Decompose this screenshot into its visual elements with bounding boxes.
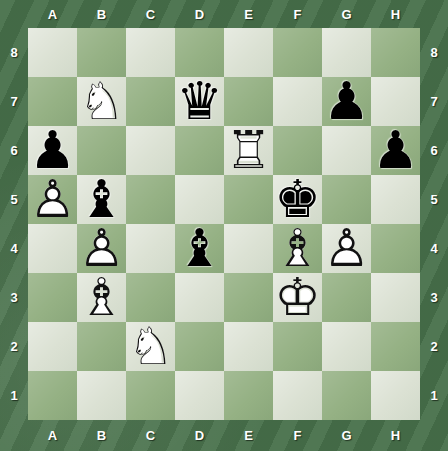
white-king-glyph: ♚ [274, 273, 321, 322]
square-d6[interactable] [175, 126, 224, 175]
file-label-top-g: G [322, 0, 371, 28]
square-d1[interactable] [175, 371, 224, 420]
square-d5[interactable] [175, 175, 224, 224]
piece-white-pawn-g4[interactable]: ♟♙ [322, 224, 371, 273]
file-label-top-d: D [175, 0, 224, 28]
file-label-bottom-g: G [322, 420, 371, 451]
rank-label-left-6: 6 [0, 126, 28, 175]
square-b8[interactable] [77, 28, 126, 77]
file-label-bottom-a: A [28, 420, 77, 451]
square-h4[interactable] [371, 224, 420, 273]
square-g2[interactable] [322, 322, 371, 371]
square-c6[interactable] [126, 126, 175, 175]
piece-white-king-f3[interactable]: ♚♔ [273, 273, 322, 322]
square-h7[interactable] [371, 77, 420, 126]
square-a1[interactable] [28, 371, 77, 420]
piece-black-king-f5[interactable]: ♚ [273, 175, 322, 224]
square-a8[interactable] [28, 28, 77, 77]
file-label-bottom-e: E [224, 420, 273, 451]
file-label-top-h: H [371, 0, 420, 28]
white-king-outline: ♔ [274, 273, 321, 322]
piece-black-pawn-g7[interactable]: ♟ [322, 77, 371, 126]
black-pawn-glyph: ♟ [372, 126, 419, 175]
piece-white-knight-b7[interactable]: ♞♘ [77, 77, 126, 126]
black-king-glyph: ♚ [274, 175, 321, 224]
square-e2[interactable] [224, 322, 273, 371]
file-label-bottom-h: H [371, 420, 420, 451]
square-f8[interactable] [273, 28, 322, 77]
file-label-bottom-b: B [77, 420, 126, 451]
square-h5[interactable] [371, 175, 420, 224]
square-h3[interactable] [371, 273, 420, 322]
white-pawn-outline: ♙ [78, 224, 125, 273]
square-f2[interactable] [273, 322, 322, 371]
square-e3[interactable] [224, 273, 273, 322]
piece-white-rook-e6[interactable]: ♜♖ [224, 126, 273, 175]
rank-label-left-2: 2 [0, 322, 28, 371]
file-label-bottom-d: D [175, 420, 224, 451]
white-knight-outline: ♘ [127, 322, 174, 371]
square-f6[interactable] [273, 126, 322, 175]
rank-label-right-3: 3 [420, 273, 448, 322]
square-a4[interactable] [28, 224, 77, 273]
white-bishop-outline: ♗ [274, 224, 321, 273]
square-e4[interactable] [224, 224, 273, 273]
rank-label-left-3: 3 [0, 273, 28, 322]
square-b1[interactable] [77, 371, 126, 420]
square-c5[interactable] [126, 175, 175, 224]
white-bishop-glyph: ♝ [274, 224, 321, 273]
square-c3[interactable] [126, 273, 175, 322]
square-c7[interactable] [126, 77, 175, 126]
square-g3[interactable] [322, 273, 371, 322]
square-a2[interactable] [28, 322, 77, 371]
square-d8[interactable] [175, 28, 224, 77]
square-c8[interactable] [126, 28, 175, 77]
piece-white-bishop-b3[interactable]: ♝♗ [77, 273, 126, 322]
white-pawn-outline: ♙ [323, 224, 370, 273]
square-a3[interactable] [28, 273, 77, 322]
square-d3[interactable] [175, 273, 224, 322]
square-a7[interactable] [28, 77, 77, 126]
white-rook-glyph: ♜ [225, 126, 272, 175]
rank-label-right-4: 4 [420, 224, 448, 273]
white-pawn-glyph: ♟ [323, 224, 370, 273]
square-g8[interactable] [322, 28, 371, 77]
file-label-bottom-c: C [126, 420, 175, 451]
piece-black-pawn-h6[interactable]: ♟ [371, 126, 420, 175]
square-d2[interactable] [175, 322, 224, 371]
square-g1[interactable] [322, 371, 371, 420]
square-f7[interactable] [273, 77, 322, 126]
square-b6[interactable] [77, 126, 126, 175]
white-knight-glyph: ♞ [78, 77, 125, 126]
file-label-top-f: F [273, 0, 322, 28]
square-b2[interactable] [77, 322, 126, 371]
white-pawn-glyph: ♟ [29, 175, 76, 224]
white-bishop-outline: ♗ [78, 273, 125, 322]
white-pawn-outline: ♙ [29, 175, 76, 224]
square-e1[interactable] [224, 371, 273, 420]
file-label-top-e: E [224, 0, 273, 28]
square-g6[interactable] [322, 126, 371, 175]
piece-white-bishop-f4[interactable]: ♝♗ [273, 224, 322, 273]
rank-label-left-7: 7 [0, 77, 28, 126]
square-f1[interactable] [273, 371, 322, 420]
square-g5[interactable] [322, 175, 371, 224]
white-pawn-glyph: ♟ [78, 224, 125, 273]
piece-black-bishop-d4[interactable]: ♝ [175, 224, 224, 273]
square-c1[interactable] [126, 371, 175, 420]
piece-black-pawn-a6[interactable]: ♟ [28, 126, 77, 175]
rank-label-right-8: 8 [420, 28, 448, 77]
rank-label-right-5: 5 [420, 175, 448, 224]
black-pawn-glyph: ♟ [323, 77, 370, 126]
rank-label-right-1: 1 [420, 371, 448, 420]
file-label-top-c: C [126, 0, 175, 28]
piece-white-knight-c2[interactable]: ♞♘ [126, 322, 175, 371]
square-e7[interactable] [224, 77, 273, 126]
rank-label-right-6: 6 [420, 126, 448, 175]
black-queen-glyph: ♛ [176, 77, 223, 126]
piece-white-pawn-a5[interactable]: ♟♙ [28, 175, 77, 224]
rank-label-right-7: 7 [420, 77, 448, 126]
square-e5[interactable] [224, 175, 273, 224]
white-knight-glyph: ♞ [127, 322, 174, 371]
rank-label-left-1: 1 [0, 371, 28, 420]
file-label-top-a: A [28, 0, 77, 28]
white-rook-outline: ♖ [225, 126, 272, 175]
rank-label-left-5: 5 [0, 175, 28, 224]
white-bishop-glyph: ♝ [78, 273, 125, 322]
chessboard: ABCDEFGH ABCDEFGH 87654321 87654321 ♞♘♛♟… [0, 0, 448, 451]
square-e8[interactable] [224, 28, 273, 77]
rank-label-left-8: 8 [0, 28, 28, 77]
file-label-bottom-f: F [273, 420, 322, 451]
rank-label-right-2: 2 [420, 322, 448, 371]
piece-black-queen-d7[interactable]: ♛ [175, 77, 224, 126]
square-c4[interactable] [126, 224, 175, 273]
black-pawn-glyph: ♟ [29, 126, 76, 175]
square-h1[interactable] [371, 371, 420, 420]
square-h8[interactable] [371, 28, 420, 77]
rank-label-left-4: 4 [0, 224, 28, 273]
white-knight-outline: ♘ [78, 77, 125, 126]
square-h2[interactable] [371, 322, 420, 371]
board-grid: ♞♘♛♟♟♜♖♟♟♙♝♚♟♙♝♝♗♟♙♝♗♚♔♞♘ [28, 28, 420, 420]
piece-white-pawn-b4[interactable]: ♟♙ [77, 224, 126, 273]
black-bishop-glyph: ♝ [78, 175, 125, 224]
black-bishop-glyph: ♝ [176, 224, 223, 273]
file-label-top-b: B [77, 0, 126, 28]
piece-black-bishop-b5[interactable]: ♝ [77, 175, 126, 224]
